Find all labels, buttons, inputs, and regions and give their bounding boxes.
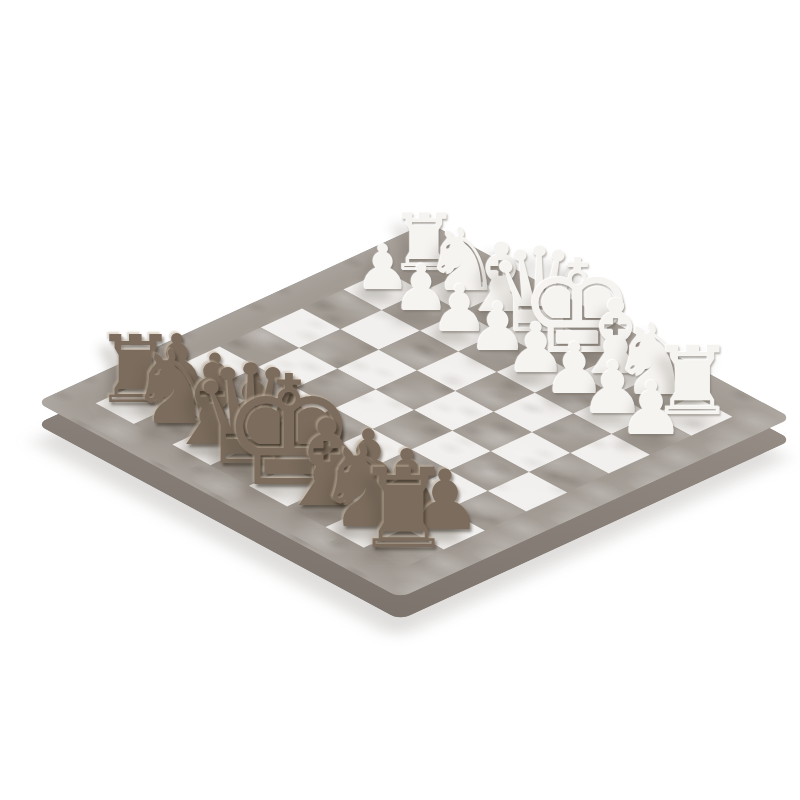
piece-white-pawn[interactable]: ♟ — [618, 371, 684, 445]
piece-grey-rook[interactable]: ♜ — [354, 454, 453, 564]
chess-set-photo: ♜♞♝♛♚♝♞♜♟♟♟♟♟♟♟♟♟♟♟♟♟♟♟♟♜♞♝♛♚♝♞♜ — [0, 0, 800, 800]
